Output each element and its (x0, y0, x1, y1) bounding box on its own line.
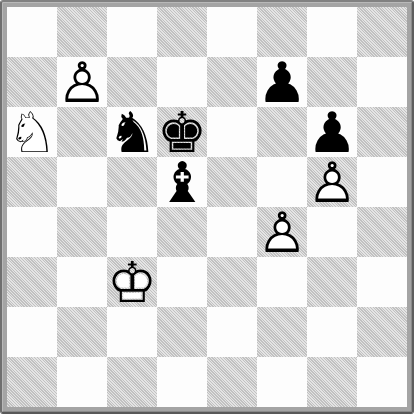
square-e5[interactable] (207, 157, 257, 207)
square-h2[interactable] (357, 307, 407, 357)
square-a5[interactable] (7, 157, 57, 207)
square-b1[interactable] (57, 357, 107, 407)
piece-black-bishop-d5: ♝ (157, 157, 207, 207)
square-a4[interactable] (7, 207, 57, 257)
white-pawn-icon: ♙ (307, 158, 357, 208)
square-a6[interactable]: ♞♘ (7, 107, 57, 157)
piece-white-pawn-g5: ♟♙ (307, 157, 357, 207)
square-a3[interactable] (7, 257, 57, 307)
black-knight-icon: ♞ (107, 108, 157, 158)
square-f4[interactable]: ♟♙ (257, 207, 307, 257)
square-h8[interactable] (357, 7, 407, 57)
square-d5[interactable]: ♝ (157, 157, 207, 207)
square-f7[interactable]: ♟ (257, 57, 307, 107)
square-h5[interactable] (357, 157, 407, 207)
square-e6[interactable] (207, 107, 257, 157)
square-h1[interactable] (357, 357, 407, 407)
square-f6[interactable] (257, 107, 307, 157)
piece-black-pawn-f7: ♟ (257, 57, 307, 107)
square-c5[interactable] (107, 157, 157, 207)
black-bishop-icon: ♝ (157, 158, 207, 208)
square-g5[interactable]: ♟♙ (307, 157, 357, 207)
square-d1[interactable] (157, 357, 207, 407)
square-b6[interactable] (57, 107, 107, 157)
square-f2[interactable] (257, 307, 307, 357)
piece-black-knight-c6: ♞ (107, 107, 157, 157)
square-g1[interactable] (307, 357, 357, 407)
square-c8[interactable] (107, 7, 157, 57)
square-b3[interactable] (57, 257, 107, 307)
square-a2[interactable] (7, 307, 57, 357)
square-d3[interactable] (157, 257, 207, 307)
square-a8[interactable] (7, 7, 57, 57)
piece-white-king-c3: ♚♔ (107, 257, 157, 307)
piece-white-pawn-f4: ♟♙ (257, 207, 307, 257)
square-c6[interactable]: ♞ (107, 107, 157, 157)
square-e1[interactable] (207, 357, 257, 407)
square-b5[interactable] (57, 157, 107, 207)
square-a1[interactable] (7, 357, 57, 407)
square-e3[interactable] (207, 257, 257, 307)
chessboard: ♟♙♟♞♘♞♚♟♝♟♙♟♙♚♔ (7, 7, 407, 407)
square-g2[interactable] (307, 307, 357, 357)
white-king-icon: ♔ (107, 258, 157, 308)
square-e4[interactable] (207, 207, 257, 257)
square-b4[interactable] (57, 207, 107, 257)
piece-white-knight-a6: ♞♘ (7, 107, 57, 157)
square-g8[interactable] (307, 7, 357, 57)
white-knight-icon: ♘ (7, 108, 57, 158)
piece-white-pawn-b7: ♟♙ (57, 57, 107, 107)
square-b7[interactable]: ♟♙ (57, 57, 107, 107)
square-d8[interactable] (157, 7, 207, 57)
white-pawn-icon: ♙ (257, 208, 307, 258)
square-e2[interactable] (207, 307, 257, 357)
white-pawn-icon: ♙ (57, 58, 107, 108)
square-b2[interactable] (57, 307, 107, 357)
square-h7[interactable] (357, 57, 407, 107)
square-d2[interactable] (157, 307, 207, 357)
square-g4[interactable] (307, 207, 357, 257)
square-h3[interactable] (357, 257, 407, 307)
square-c2[interactable] (107, 307, 157, 357)
square-c1[interactable] (107, 357, 157, 407)
square-e7[interactable] (207, 57, 257, 107)
square-d4[interactable] (157, 207, 207, 257)
square-c3[interactable]: ♚♔ (107, 257, 157, 307)
square-f3[interactable] (257, 257, 307, 307)
black-pawn-icon: ♟ (257, 58, 307, 108)
square-f1[interactable] (257, 357, 307, 407)
square-h6[interactable] (357, 107, 407, 157)
square-e8[interactable] (207, 7, 257, 57)
chessboard-frame: ♟♙♟♞♘♞♚♟♝♟♙♟♙♚♔ (0, 0, 414, 414)
square-g3[interactable] (307, 257, 357, 307)
square-h4[interactable] (357, 207, 407, 257)
